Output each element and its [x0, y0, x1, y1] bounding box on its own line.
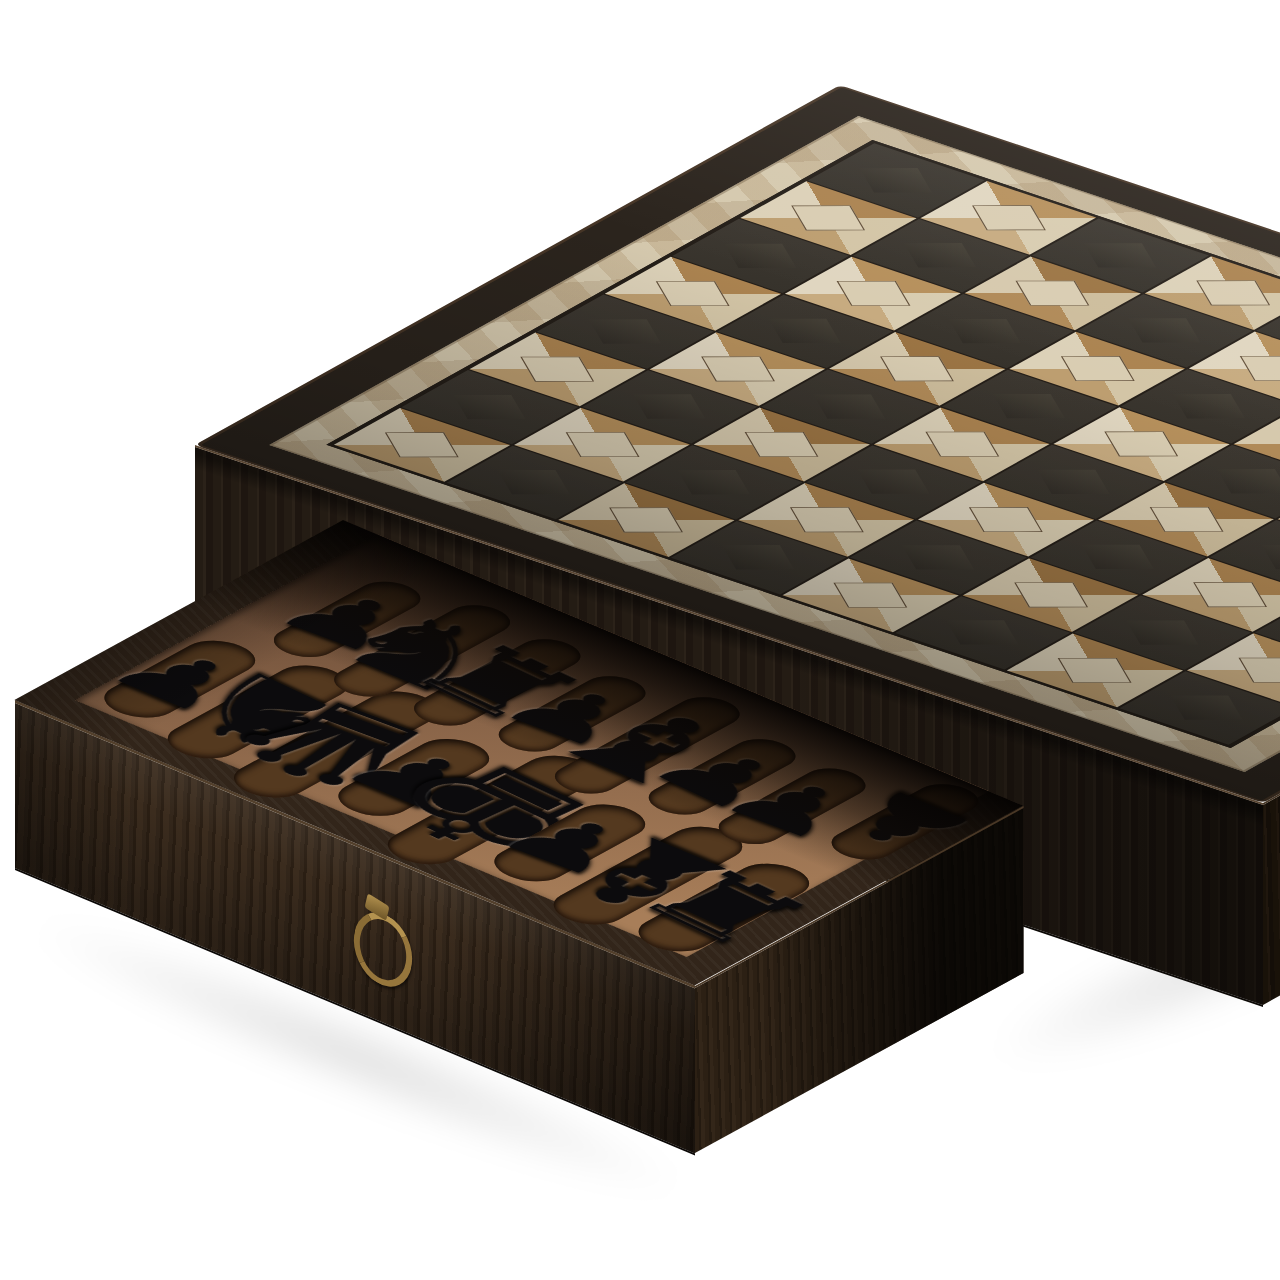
inlay-diamond: [1240, 356, 1280, 381]
inlay-diamond: [609, 507, 683, 532]
inlay-diamond: [860, 168, 931, 192]
inlay-diamond: [678, 470, 749, 494]
inlay-diamond: [725, 244, 796, 268]
inlay-diamond: [700, 356, 774, 381]
inlay-diamond: [791, 205, 865, 230]
inlay-diamond: [1149, 507, 1223, 532]
inlay-diamond: [1127, 620, 1198, 644]
inlay-diamond: [1193, 582, 1267, 607]
inlay-diamond: [1013, 582, 1087, 607]
inlay-diamond: [924, 432, 998, 457]
inlay-diamond: [858, 470, 929, 494]
inlay-diamond: [454, 395, 525, 419]
inlay-diamond: [1173, 394, 1244, 418]
inlay-diamond: [969, 507, 1043, 532]
inlay-diamond: [947, 621, 1018, 645]
inlay-diamond: [723, 545, 794, 569]
inlay-diamond: [833, 583, 907, 608]
inlay-diamond: [994, 394, 1065, 418]
inlay-diamond: [498, 470, 569, 494]
inlay-diamond: [880, 356, 954, 381]
inlay-diamond: [1218, 469, 1280, 493]
inlay-diamond: [1262, 545, 1280, 569]
inlay-diamond: [814, 394, 885, 418]
inlay-diamond: [565, 432, 639, 457]
inlay-diamond: [903, 545, 974, 569]
inlay-diamond: [769, 319, 840, 343]
inlay-diamond: [971, 205, 1045, 230]
inlay-diamond: [656, 281, 730, 306]
inlay-diamond: [744, 432, 818, 457]
inlay-diamond: [520, 357, 594, 382]
inlay-diamond: [385, 432, 459, 457]
inlay-diamond: [1237, 658, 1280, 683]
chess-box-product-photo: ♟♞♛♟♚♟♝♜♟♞♜♟♝♟♟♟: [0, 0, 1280, 1280]
inlay-diamond: [789, 507, 863, 532]
inlay-diamond: [1038, 470, 1109, 494]
inlay-diamond: [1171, 696, 1242, 720]
inlay-diamond: [589, 319, 660, 343]
inlay-diamond: [905, 243, 976, 267]
inlay-diamond: [1085, 243, 1156, 267]
inlay-diamond: [1060, 356, 1134, 381]
inlay-diamond: [634, 395, 705, 419]
inlay-diamond: [1058, 658, 1132, 683]
inlay-diamond: [1195, 280, 1269, 305]
inlay-diamond: [1082, 545, 1153, 569]
inlay-diamond: [1015, 281, 1089, 306]
inlay-diamond: [835, 281, 909, 306]
inlay-diamond: [1129, 319, 1200, 343]
inlay-diamond: [949, 319, 1020, 343]
inlay-diamond: [1104, 431, 1178, 456]
